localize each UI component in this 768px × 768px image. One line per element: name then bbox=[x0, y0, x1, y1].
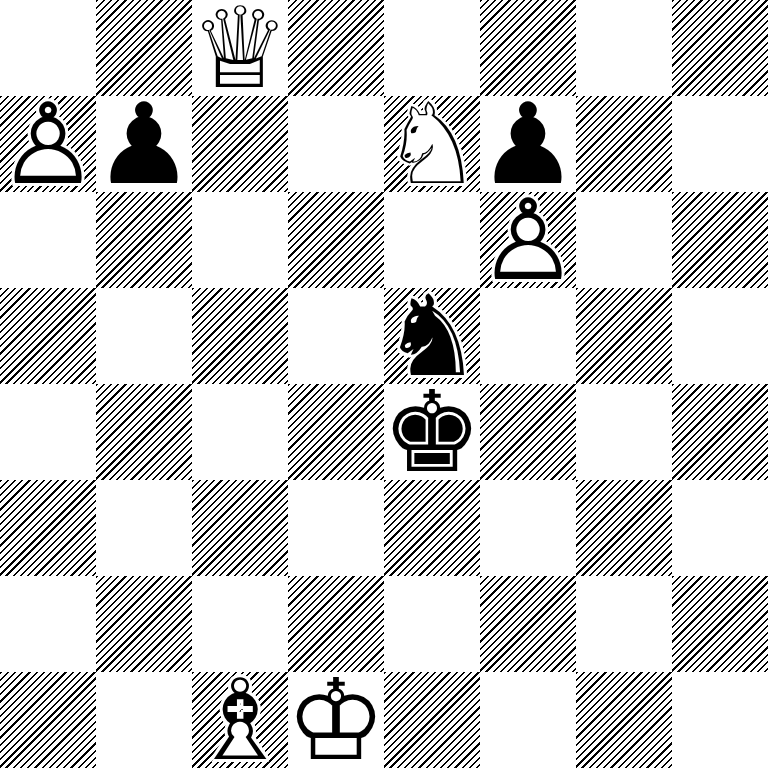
square-a2[interactable] bbox=[0, 576, 96, 672]
piece-halo: ♚ bbox=[384, 384, 480, 480]
square-a3[interactable] bbox=[0, 480, 96, 576]
square-a6[interactable] bbox=[0, 192, 96, 288]
square-f7[interactable]: ♟♟ bbox=[480, 96, 576, 192]
square-c5[interactable] bbox=[192, 288, 288, 384]
square-h4[interactable] bbox=[672, 384, 768, 480]
white-bishop-piece: ♗ bbox=[192, 672, 288, 768]
square-b2[interactable] bbox=[96, 576, 192, 672]
square-e5[interactable]: ♞♞ bbox=[384, 288, 480, 384]
white-king-piece: ♔ bbox=[288, 672, 384, 768]
square-f4[interactable] bbox=[480, 384, 576, 480]
square-g1[interactable] bbox=[576, 672, 672, 768]
piece-halo: ♛ bbox=[192, 0, 288, 96]
square-h8[interactable] bbox=[672, 0, 768, 96]
square-e1[interactable] bbox=[384, 672, 480, 768]
square-e3[interactable] bbox=[384, 480, 480, 576]
square-b3[interactable] bbox=[96, 480, 192, 576]
square-d7[interactable] bbox=[288, 96, 384, 192]
piece-halo: ♝ bbox=[192, 672, 288, 768]
black-pawn-piece: ♟ bbox=[96, 96, 192, 192]
square-e7[interactable]: ♞♘ bbox=[384, 96, 480, 192]
square-c4[interactable] bbox=[192, 384, 288, 480]
square-c6[interactable] bbox=[192, 192, 288, 288]
square-b8[interactable] bbox=[96, 0, 192, 96]
square-h7[interactable] bbox=[672, 96, 768, 192]
square-c7[interactable] bbox=[192, 96, 288, 192]
square-e6[interactable] bbox=[384, 192, 480, 288]
piece-halo: ♟ bbox=[480, 192, 576, 288]
square-d3[interactable] bbox=[288, 480, 384, 576]
square-d8[interactable] bbox=[288, 0, 384, 96]
piece-halo: ♟ bbox=[0, 96, 96, 192]
square-e2[interactable] bbox=[384, 576, 480, 672]
square-g5[interactable] bbox=[576, 288, 672, 384]
square-f3[interactable] bbox=[480, 480, 576, 576]
square-b4[interactable] bbox=[96, 384, 192, 480]
square-h5[interactable] bbox=[672, 288, 768, 384]
black-knight-piece: ♞ bbox=[384, 288, 480, 384]
square-f8[interactable] bbox=[480, 0, 576, 96]
square-d1[interactable]: ♚♔ bbox=[288, 672, 384, 768]
square-c1[interactable]: ♝♗ bbox=[192, 672, 288, 768]
square-g2[interactable] bbox=[576, 576, 672, 672]
piece-halo: ♟ bbox=[480, 96, 576, 192]
white-knight-piece: ♘ bbox=[384, 96, 480, 192]
square-h3[interactable] bbox=[672, 480, 768, 576]
square-a1[interactable] bbox=[0, 672, 96, 768]
square-c3[interactable] bbox=[192, 480, 288, 576]
piece-halo: ♞ bbox=[384, 288, 480, 384]
square-e8[interactable] bbox=[384, 0, 480, 96]
square-b7[interactable]: ♟♟ bbox=[96, 96, 192, 192]
white-queen-piece: ♕ bbox=[192, 0, 288, 96]
square-d4[interactable] bbox=[288, 384, 384, 480]
piece-halo: ♟ bbox=[96, 96, 192, 192]
black-king-piece: ♚ bbox=[384, 384, 480, 480]
square-h2[interactable] bbox=[672, 576, 768, 672]
square-d6[interactable] bbox=[288, 192, 384, 288]
square-g4[interactable] bbox=[576, 384, 672, 480]
square-h1[interactable] bbox=[672, 672, 768, 768]
square-h6[interactable] bbox=[672, 192, 768, 288]
square-f1[interactable] bbox=[480, 672, 576, 768]
square-b6[interactable] bbox=[96, 192, 192, 288]
square-a7[interactable]: ♟♙ bbox=[0, 96, 96, 192]
square-f6[interactable]: ♟♙ bbox=[480, 192, 576, 288]
square-g7[interactable] bbox=[576, 96, 672, 192]
black-pawn-piece: ♟ bbox=[480, 96, 576, 192]
square-g3[interactable] bbox=[576, 480, 672, 576]
square-a8[interactable] bbox=[0, 0, 96, 96]
square-b5[interactable] bbox=[96, 288, 192, 384]
square-a5[interactable] bbox=[0, 288, 96, 384]
white-pawn-piece: ♙ bbox=[0, 96, 96, 192]
square-a4[interactable] bbox=[0, 384, 96, 480]
square-c2[interactable] bbox=[192, 576, 288, 672]
square-d2[interactable] bbox=[288, 576, 384, 672]
square-f5[interactable] bbox=[480, 288, 576, 384]
square-b1[interactable] bbox=[96, 672, 192, 768]
piece-halo: ♚ bbox=[288, 672, 384, 768]
white-pawn-piece: ♙ bbox=[480, 192, 576, 288]
piece-halo: ♞ bbox=[384, 96, 480, 192]
square-g8[interactable] bbox=[576, 0, 672, 96]
square-c8[interactable]: ♛♕ bbox=[192, 0, 288, 96]
chess-board: ♛♕♟♙♟♟♞♘♟♟♟♙♞♞♚♚♝♗♚♔ bbox=[0, 0, 768, 768]
square-d5[interactable] bbox=[288, 288, 384, 384]
square-g6[interactable] bbox=[576, 192, 672, 288]
square-f2[interactable] bbox=[480, 576, 576, 672]
square-e4[interactable]: ♚♚ bbox=[384, 384, 480, 480]
